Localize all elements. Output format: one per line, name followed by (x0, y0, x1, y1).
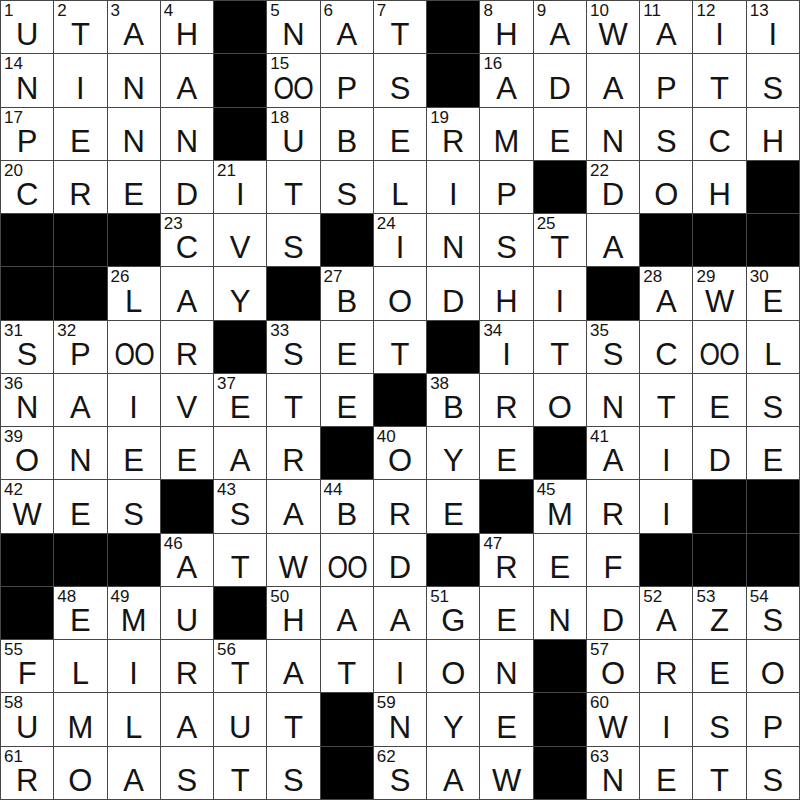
cell-r8c6[interactable]: T (267, 374, 319, 426)
cell-letter: R (640, 658, 692, 689)
cell-r6c15[interactable]: 30E (747, 267, 799, 319)
cell-r14c14[interactable]: S (693, 693, 745, 745)
cell-r4c6[interactable]: T (267, 161, 319, 213)
cell-r6c14[interactable]: 29W (693, 267, 745, 319)
cell-r13c12[interactable]: 57O (587, 640, 639, 692)
cell-r11c7[interactable]: OO (321, 534, 373, 586)
cell-letter: F (1, 658, 53, 689)
cell-r1c4[interactable]: 4H (161, 1, 213, 53)
cell-r2c13[interactable]: P (640, 54, 692, 106)
cell-r5c6[interactable]: S (267, 214, 319, 266)
cell-r8c7[interactable]: E (321, 374, 373, 426)
cell-r12c9[interactable]: 51G (427, 587, 479, 639)
cell-letter: A (534, 19, 586, 50)
cell-letter: A (54, 392, 106, 423)
block-r11c14 (693, 534, 745, 586)
cell-r11c11[interactable]: E (534, 534, 586, 586)
cell-letter: T (640, 392, 692, 423)
cell-letter: B (427, 392, 479, 423)
cell-letter: M (534, 499, 586, 530)
cell-r13c1[interactable]: 55F (1, 640, 53, 692)
cell-number: 1 (4, 2, 13, 19)
cell-r8c5[interactable]: 37E (214, 374, 266, 426)
cell-letter: N (161, 126, 213, 157)
cell-r13c2[interactable]: L (54, 640, 106, 692)
cell-r2c2[interactable]: I (54, 54, 106, 106)
cell-r14c10[interactable]: E (480, 693, 532, 745)
cell-r10c2[interactable]: E (54, 480, 106, 532)
cell-r3c8[interactable]: E (374, 108, 426, 160)
cell-letter: L (108, 286, 160, 317)
cell-r8c14[interactable]: E (693, 374, 745, 426)
cell-r10c12[interactable]: R (587, 480, 639, 532)
cell-r1c14[interactable]: 12I (693, 1, 745, 53)
cell-letter: C (161, 232, 213, 263)
cell-r3c14[interactable]: C (693, 108, 745, 160)
cell-r4c5[interactable]: 21I (214, 161, 266, 213)
cell-r11c4[interactable]: 46A (161, 534, 213, 586)
cell-r9c1[interactable]: 39O (1, 427, 53, 479)
cell-r13c6[interactable]: A (267, 640, 319, 692)
cell-r9c12[interactable]: 41A (587, 427, 639, 479)
block-r10c4 (161, 480, 213, 532)
cell-letter: O (427, 658, 479, 689)
cell-number: 24 (377, 215, 396, 232)
cell-r4c4[interactable]: D (161, 161, 213, 213)
cell-letter: W (587, 19, 639, 50)
cell-r9c14[interactable]: D (693, 427, 745, 479)
block-r10c14 (693, 480, 745, 532)
cell-r8c1[interactable]: 36N (1, 374, 53, 426)
cell-r6c5[interactable]: Y (214, 267, 266, 319)
cell-r5c9[interactable]: N (427, 214, 479, 266)
block-r11c2 (54, 534, 106, 586)
cell-r8c10[interactable]: R (480, 374, 532, 426)
cell-r6c10[interactable]: H (480, 267, 532, 319)
cell-r4c13[interactable]: O (640, 161, 692, 213)
cell-r1c8[interactable]: 7T (374, 1, 426, 53)
cell-r1c12[interactable]: 10W (587, 1, 639, 53)
cell-r8c3[interactable]: I (108, 374, 160, 426)
block-r12c1 (1, 587, 53, 639)
cell-r8c11[interactable]: O (534, 374, 586, 426)
cell-letter: O (747, 658, 799, 689)
cell-r11c12[interactable]: F (587, 534, 639, 586)
cell-r15c4[interactable]: S (161, 747, 213, 799)
cell-letter: V (161, 392, 213, 423)
cell-r10c8[interactable]: R (374, 480, 426, 532)
cell-r2c11[interactable]: D (534, 54, 586, 106)
cell-letter: A (161, 286, 213, 317)
cell-r14c1[interactable]: 58U (1, 693, 53, 745)
cell-r5c8[interactable]: 24I (374, 214, 426, 266)
cell-letter: I (54, 73, 106, 104)
cell-r14c2[interactable]: M (54, 693, 106, 745)
cell-letter: N (1, 392, 53, 423)
cell-r14c3[interactable]: L (108, 693, 160, 745)
cell-letter: N (427, 232, 479, 263)
cell-r9c9[interactable]: Y (427, 427, 479, 479)
cell-number: 21 (217, 162, 236, 179)
cell-r2c15[interactable]: S (747, 54, 799, 106)
cell-r10c11[interactable]: 45M (534, 480, 586, 532)
cell-letter: S (214, 499, 266, 530)
cell-letter: OO (697, 339, 741, 370)
cell-letter: A (640, 605, 692, 636)
block-r9c7 (321, 427, 373, 479)
cell-r13c15[interactable]: O (747, 640, 799, 692)
cell-r1c2[interactable]: 2T (54, 1, 106, 53)
cell-r9c10[interactable]: E (480, 427, 532, 479)
cell-r12c14[interactable]: 53Z (693, 587, 745, 639)
cell-letter: E (427, 499, 479, 530)
cell-r6c3[interactable]: 26L (108, 267, 160, 319)
cell-r1c11[interactable]: 9A (534, 1, 586, 53)
cell-letter: S (267, 232, 319, 263)
cell-number: 34 (483, 322, 502, 339)
cell-letter: B (321, 499, 373, 530)
cell-r10c5[interactable]: 43S (214, 480, 266, 532)
cell-letter: P (1, 126, 53, 157)
cell-r8c12[interactable]: N (587, 374, 639, 426)
cell-number: 7 (377, 2, 386, 19)
cell-r2c4[interactable]: A (161, 54, 213, 106)
cell-r15c15[interactable]: S (747, 747, 799, 799)
cell-r6c4[interactable]: A (161, 267, 213, 319)
cell-r10c6[interactable]: A (267, 480, 319, 532)
cell-r8c13[interactable]: T (640, 374, 692, 426)
cell-r13c4[interactable]: R (161, 640, 213, 692)
cell-r1c10[interactable]: 8H (480, 1, 532, 53)
cell-letter: T (214, 765, 266, 796)
cell-r4c7[interactable]: S (321, 161, 373, 213)
cell-r5c5[interactable]: V (214, 214, 266, 266)
cell-r8c15[interactable]: S (747, 374, 799, 426)
cell-r1c3[interactable]: 3A (108, 1, 160, 53)
cell-r8c9[interactable]: 38B (427, 374, 479, 426)
cell-r13c7[interactable]: T (321, 640, 373, 692)
cell-r7c1[interactable]: 31S (1, 321, 53, 373)
cell-r1c6[interactable]: 5N (267, 1, 319, 53)
cell-r15c8[interactable]: 62S (374, 747, 426, 799)
cell-r13c3[interactable]: I (108, 640, 160, 692)
cell-r12c2[interactable]: 48E (54, 587, 106, 639)
cell-letter: S (693, 712, 745, 743)
cell-r4c14[interactable]: H (693, 161, 745, 213)
cell-r12c15[interactable]: 54S (747, 587, 799, 639)
cell-r1c1[interactable]: 1U (1, 1, 53, 53)
block-r5c2 (54, 214, 106, 266)
cell-r2c14[interactable]: T (693, 54, 745, 106)
cell-r1c13[interactable]: 11A (640, 1, 692, 53)
cell-r4c12[interactable]: 22D (587, 161, 639, 213)
cell-r9c3[interactable]: E (108, 427, 160, 479)
cell-r15c13[interactable]: E (640, 747, 692, 799)
cell-r8c2[interactable]: A (54, 374, 106, 426)
cell-letter: E (214, 392, 266, 423)
cell-r9c8[interactable]: 40O (374, 427, 426, 479)
cell-letter: V (214, 232, 266, 263)
cell-letter: W (480, 765, 532, 796)
cell-r3c15[interactable]: H (747, 108, 799, 160)
cell-r12c8[interactable]: A (374, 587, 426, 639)
cell-r6c13[interactable]: 28A (640, 267, 692, 319)
cell-letter: E (480, 605, 532, 636)
cell-r15c12[interactable]: 63N (587, 747, 639, 799)
cell-r14c4[interactable]: A (161, 693, 213, 745)
cell-r15c1[interactable]: 61R (1, 747, 53, 799)
cell-letter: I (640, 445, 692, 476)
cell-letter: N (54, 445, 106, 476)
cell-r3c6[interactable]: 18U (267, 108, 319, 160)
cell-r13c10[interactable]: N (480, 640, 532, 692)
cell-letter: R (374, 499, 426, 530)
cell-r1c7[interactable]: 6A (321, 1, 373, 53)
cell-r7c12[interactable]: 35S (587, 321, 639, 373)
block-r2c9 (427, 54, 479, 106)
cell-r3c4[interactable]: N (161, 108, 213, 160)
cell-r6c8[interactable]: O (374, 267, 426, 319)
cell-letter: W (693, 286, 745, 317)
cell-letter: E (374, 126, 426, 157)
cell-letter: R (267, 445, 319, 476)
cell-r1c15[interactable]: 13I (747, 1, 799, 53)
cell-r9c15[interactable]: E (747, 427, 799, 479)
cell-r2c8[interactable]: S (374, 54, 426, 106)
block-r12c5 (214, 587, 266, 639)
cell-letter: N (1, 73, 53, 104)
cell-letter: E (693, 658, 745, 689)
cell-number: 29 (696, 268, 715, 285)
cell-letter: U (1, 712, 53, 743)
cell-letter: F (587, 552, 639, 583)
cell-r12c3[interactable]: 49M (108, 587, 160, 639)
cell-r9c4[interactable]: E (161, 427, 213, 479)
cell-letter: T (374, 339, 426, 370)
block-r6c1 (1, 267, 53, 319)
block-r5c14 (693, 214, 745, 266)
cell-r9c13[interactable]: I (640, 427, 692, 479)
cell-r14c12[interactable]: 60W (587, 693, 639, 745)
cell-r3c13[interactable]: S (640, 108, 692, 160)
cell-letter: A (161, 552, 213, 583)
cell-letter: L (54, 658, 106, 689)
cell-r2c10[interactable]: 16A (480, 54, 532, 106)
cell-letter: T (693, 73, 745, 104)
cell-r7c6[interactable]: 33S (267, 321, 319, 373)
cell-number: 45 (537, 481, 556, 498)
cell-letter: E (321, 392, 373, 423)
cell-r12c4[interactable]: U (161, 587, 213, 639)
cell-r11c8[interactable]: D (374, 534, 426, 586)
cell-r7c15[interactable]: L (747, 321, 799, 373)
block-r6c6 (267, 267, 319, 319)
cell-letter: S (374, 765, 426, 796)
cell-r13c9[interactable]: O (427, 640, 479, 692)
block-r7c5 (214, 321, 266, 373)
cell-letter: E (54, 126, 106, 157)
block-r3c5 (214, 108, 266, 160)
cell-r5c10[interactable]: S (480, 214, 532, 266)
cell-letter: I (640, 712, 692, 743)
cell-number: 60 (590, 694, 609, 711)
cell-letter: L (374, 179, 426, 210)
cell-r9c2[interactable]: N (54, 427, 106, 479)
cell-r7c14[interactable]: OO (693, 321, 745, 373)
block-r10c10 (480, 480, 532, 532)
cell-number: 44 (324, 481, 343, 498)
cell-letter: T (267, 179, 319, 210)
cell-r2c12[interactable]: A (587, 54, 639, 106)
cell-letter: L (108, 712, 160, 743)
cell-letter: P (54, 339, 106, 370)
block-r6c12 (587, 267, 639, 319)
cell-letter: N (587, 126, 639, 157)
cell-r7c8[interactable]: T (374, 321, 426, 373)
cell-r3c11[interactable]: E (534, 108, 586, 160)
cell-r5c12[interactable]: A (587, 214, 639, 266)
cell-r3c10[interactable]: M (480, 108, 532, 160)
cell-letter: I (214, 179, 266, 210)
cell-r13c14[interactable]: E (693, 640, 745, 692)
cell-r7c3[interactable]: OO (108, 321, 160, 373)
cell-r12c10[interactable]: E (480, 587, 532, 639)
cell-r9c6[interactable]: R (267, 427, 319, 479)
cell-r7c2[interactable]: 32P (54, 321, 106, 373)
cell-number: 43 (217, 481, 236, 498)
cell-letter: M (54, 712, 106, 743)
cell-r2c6[interactable]: 15OO (267, 54, 319, 106)
cell-r14c8[interactable]: 59N (374, 693, 426, 745)
cell-r14c5[interactable]: U (214, 693, 266, 745)
cell-r13c13[interactable]: R (640, 640, 692, 692)
cell-letter: R (480, 392, 532, 423)
cell-letter: I (108, 658, 160, 689)
cell-r12c6[interactable]: 50H (267, 587, 319, 639)
cell-letter: Y (427, 445, 479, 476)
cell-r14c6[interactable]: T (267, 693, 319, 745)
cell-number: 42 (4, 481, 23, 498)
cell-r10c9[interactable]: E (427, 480, 479, 532)
cell-r15c14[interactable]: T (693, 747, 745, 799)
cell-r7c10[interactable]: 34I (480, 321, 532, 373)
cell-r12c7[interactable]: A (321, 587, 373, 639)
cell-r6c9[interactable]: D (427, 267, 479, 319)
cell-letter: S (587, 339, 639, 370)
cell-letter: O (374, 286, 426, 317)
cell-letter: I (640, 499, 692, 530)
cell-r5c11[interactable]: 25T (534, 214, 586, 266)
cell-letter: H (267, 605, 319, 636)
cell-r7c4[interactable]: R (161, 321, 213, 373)
cell-r15c6[interactable]: S (267, 747, 319, 799)
cell-r4c1[interactable]: 20C (1, 161, 53, 213)
cell-letter: U (161, 605, 213, 636)
cell-r15c10[interactable]: W (480, 747, 532, 799)
cell-r2c1[interactable]: 14N (1, 54, 53, 106)
cell-r4c3[interactable]: E (108, 161, 160, 213)
cell-letter: H (747, 126, 799, 157)
cell-letter: OO (325, 552, 369, 583)
block-r13c11 (534, 640, 586, 692)
cell-letter: A (587, 445, 639, 476)
cell-r12c13[interactable]: 52A (640, 587, 692, 639)
cell-r3c1[interactable]: 17P (1, 108, 53, 160)
cell-letter: E (54, 605, 106, 636)
cell-r11c10[interactable]: 47R (480, 534, 532, 586)
cell-r3c12[interactable]: N (587, 108, 639, 160)
cell-r3c7[interactable]: B (321, 108, 373, 160)
cell-letter: N (587, 392, 639, 423)
cell-letter: H (480, 286, 532, 317)
block-r11c3 (108, 534, 160, 586)
cell-letter: S (267, 765, 319, 796)
cell-r4c8[interactable]: L (374, 161, 426, 213)
cell-letter: I (534, 286, 586, 317)
cell-letter: S (321, 179, 373, 210)
cell-r3c3[interactable]: N (108, 108, 160, 160)
cell-r4c2[interactable]: R (54, 161, 106, 213)
cell-letter: M (480, 126, 532, 157)
cell-r3c9[interactable]: 19R (427, 108, 479, 160)
cell-r13c8[interactable]: I (374, 640, 426, 692)
cell-r9c5[interactable]: A (214, 427, 266, 479)
cell-r7c11[interactable]: T (534, 321, 586, 373)
cell-letter: O (640, 179, 692, 210)
cell-letter: T (214, 552, 266, 583)
cell-r14c13[interactable]: I (640, 693, 692, 745)
cell-number: 5 (270, 2, 279, 19)
block-r5c3 (108, 214, 160, 266)
cell-r15c3[interactable]: A (108, 747, 160, 799)
cell-letter: I (747, 19, 799, 50)
cell-r2c3[interactable]: N (108, 54, 160, 106)
cell-letter: D (693, 445, 745, 476)
cell-r10c1[interactable]: 42W (1, 480, 53, 532)
cell-r12c11[interactable]: N (534, 587, 586, 639)
cell-r8c4[interactable]: V (161, 374, 213, 426)
cell-r10c3[interactable]: S (108, 480, 160, 532)
cell-r7c13[interactable]: C (640, 321, 692, 373)
cell-r5c4[interactable]: 23C (161, 214, 213, 266)
cell-r6c11[interactable]: I (534, 267, 586, 319)
cell-r6c7[interactable]: 27B (321, 267, 373, 319)
cell-r14c15[interactable]: P (747, 693, 799, 745)
cell-r7c7[interactable]: E (321, 321, 373, 373)
cell-r12c12[interactable]: D (587, 587, 639, 639)
cell-r4c10[interactable]: P (480, 161, 532, 213)
cell-letter: A (108, 765, 160, 796)
cell-r11c6[interactable]: W (267, 534, 319, 586)
cell-r3c2[interactable]: E (54, 108, 106, 160)
cell-r15c2[interactable]: O (54, 747, 106, 799)
cell-r2c7[interactable]: P (321, 54, 373, 106)
cell-letter: W (267, 552, 319, 583)
cell-r15c9[interactable]: A (427, 747, 479, 799)
cell-r11c5[interactable]: T (214, 534, 266, 586)
cell-r15c5[interactable]: T (214, 747, 266, 799)
cell-r4c9[interactable]: I (427, 161, 479, 213)
block-r11c1 (1, 534, 53, 586)
cell-r13c5[interactable]: 56T (214, 640, 266, 692)
cell-letter: E (747, 286, 799, 317)
cell-r10c7[interactable]: 44B (321, 480, 373, 532)
cell-letter: T (267, 392, 319, 423)
cell-letter: U (1, 19, 53, 50)
cell-r10c13[interactable]: I (640, 480, 692, 532)
cell-r14c9[interactable]: Y (427, 693, 479, 745)
block-r10c15 (747, 480, 799, 532)
